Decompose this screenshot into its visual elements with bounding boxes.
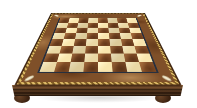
square-d3	[85, 46, 98, 54]
playing-field	[39, 18, 156, 72]
square-h3	[134, 46, 149, 54]
gold-braid-band	[17, 14, 179, 85]
square-f1	[112, 62, 128, 72]
board-top-face	[14, 13, 182, 86]
pinstripe-border	[37, 18, 159, 73]
corner-inlay-bottom-left	[24, 75, 35, 82]
corner-inlay-top-right	[137, 14, 143, 17]
burl-frame	[21, 14, 175, 82]
square-e1	[98, 62, 113, 72]
square-c4	[74, 39, 87, 46]
square-d1	[83, 62, 98, 72]
square-e2	[98, 54, 112, 63]
board-apron	[12, 85, 183, 96]
square-f4	[109, 39, 122, 46]
square-e3	[98, 46, 111, 54]
square-h4	[132, 39, 146, 46]
square-c2	[71, 54, 86, 63]
walnut-edge-border	[14, 13, 182, 86]
square-h1	[139, 62, 156, 72]
square-h2	[137, 54, 153, 63]
square-f3	[110, 46, 124, 54]
square-c3	[72, 46, 86, 54]
square-d2	[84, 54, 98, 63]
square-f2	[111, 54, 126, 63]
square-d4	[86, 39, 98, 46]
square-e4	[98, 39, 110, 46]
chessboard-photo	[0, 0, 197, 108]
square-c1	[69, 62, 85, 72]
corner-inlay-bottom-right	[161, 75, 172, 82]
